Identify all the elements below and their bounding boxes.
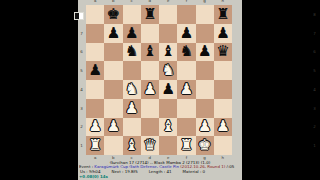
- file-label-h: h: [214, 0, 232, 3]
- square-g3[interactable]: [196, 99, 214, 118]
- rank-label-7: 7: [78, 24, 85, 43]
- rank-label-2: 2: [311, 118, 318, 137]
- square-a5[interactable]: ♟: [86, 61, 104, 80]
- status-field-material: Material : 0: [182, 169, 205, 174]
- square-c1[interactable]: ♝: [123, 136, 141, 155]
- rank-label-5: 5: [78, 61, 85, 80]
- file-label-e: e: [159, 0, 177, 3]
- piece-black-pawn[interactable]: ♟: [180, 25, 193, 40]
- rank-label-2: 2: [78, 118, 85, 137]
- rank-labels-left: 87654321: [78, 5, 85, 155]
- square-c2[interactable]: [123, 118, 141, 137]
- square-e5[interactable]: ♞: [159, 61, 177, 80]
- square-h8[interactable]: ♜: [214, 5, 232, 24]
- piece-black-pawn[interactable]: ♟: [198, 44, 211, 59]
- piece-white-rook[interactable]: ♜: [180, 138, 193, 153]
- square-a3[interactable]: [86, 99, 104, 118]
- chess-gui-frame: abcdefgh abcdefgh 87654321 87654321 ♚♜♜♟…: [78, 0, 242, 180]
- square-e1[interactable]: [159, 136, 177, 155]
- square-b3[interactable]: [104, 99, 122, 118]
- square-h5[interactable]: [214, 61, 232, 80]
- letterbox-right: [242, 0, 320, 180]
- square-a2[interactable]: ♟: [86, 118, 104, 137]
- letterbox-left: [0, 0, 78, 180]
- piece-black-knight[interactable]: ♞: [180, 44, 193, 59]
- square-d5[interactable]: [141, 61, 159, 80]
- square-e8[interactable]: [159, 5, 177, 24]
- file-label-d: d: [141, 0, 159, 3]
- square-b7[interactable]: ♟: [104, 24, 122, 43]
- square-d1[interactable]: ♛: [141, 136, 159, 155]
- file-label-g: g: [196, 0, 214, 3]
- square-c8[interactable]: [123, 5, 141, 24]
- piece-white-pawn[interactable]: ♟: [125, 100, 138, 115]
- rank-label-1: 1: [311, 136, 318, 155]
- piece-black-knight[interactable]: ♞: [125, 44, 138, 59]
- piece-black-bishop[interactable]: ♝: [161, 44, 174, 59]
- piece-black-pawn[interactable]: ♟: [161, 81, 174, 96]
- chess-board[interactable]: ♚♜♜♟♟♟♟♞♝♝♞♟♛♟♞♞♟♟♟♟♟♟♝♟♟♜♝♛♜♚: [86, 5, 232, 155]
- square-f4[interactable]: ♟: [177, 80, 195, 99]
- square-a8[interactable]: [86, 5, 104, 24]
- square-f5[interactable]: [177, 61, 195, 80]
- square-h7[interactable]: ♟: [214, 24, 232, 43]
- square-d8[interactable]: ♜: [141, 5, 159, 24]
- piece-black-bishop[interactable]: ♝: [143, 44, 156, 59]
- piece-white-knight[interactable]: ♞: [125, 81, 138, 96]
- square-d6[interactable]: ♝: [141, 43, 159, 62]
- piece-black-queen[interactable]: ♛: [216, 44, 229, 59]
- piece-black-pawn[interactable]: ♟: [107, 25, 120, 40]
- piece-white-pawn[interactable]: ♟: [107, 119, 120, 134]
- square-b1[interactable]: [104, 136, 122, 155]
- square-b4[interactable]: [104, 80, 122, 99]
- file-label-a: a: [86, 0, 104, 3]
- square-f3[interactable]: [177, 99, 195, 118]
- piece-black-pawn[interactable]: ♟: [216, 25, 229, 40]
- square-d3[interactable]: [141, 99, 159, 118]
- square-e4[interactable]: ♟: [159, 80, 177, 99]
- event-tail: /:05: [225, 165, 234, 170]
- rank-label-4: 4: [78, 80, 85, 99]
- rank-label-3: 3: [311, 99, 318, 118]
- square-e3[interactable]: [159, 99, 177, 118]
- square-f2[interactable]: [177, 118, 195, 137]
- rank-label-3: 3: [78, 99, 85, 118]
- file-label-b: b: [104, 0, 122, 3]
- status-field-length: Length : 41: [149, 169, 172, 174]
- piece-black-rook[interactable]: ♜: [143, 6, 156, 21]
- square-f1[interactable]: ♜: [177, 136, 195, 155]
- piece-black-pawn[interactable]: ♟: [125, 25, 138, 40]
- square-c3[interactable]: ♟: [123, 99, 141, 118]
- piece-white-pawn[interactable]: ♟: [88, 119, 101, 134]
- square-g8[interactable]: [196, 5, 214, 24]
- square-e2[interactable]: ♝: [159, 118, 177, 137]
- square-g6[interactable]: ♟: [196, 43, 214, 62]
- square-c5[interactable]: [123, 61, 141, 80]
- rank-label-7: 7: [311, 24, 318, 43]
- piece-white-pawn[interactable]: ♟: [180, 81, 193, 96]
- square-f8[interactable]: [177, 5, 195, 24]
- square-a4[interactable]: [86, 80, 104, 99]
- square-e6[interactable]: ♝: [159, 43, 177, 62]
- square-e7[interactable]: [159, 24, 177, 43]
- piece-black-pawn[interactable]: ♟: [88, 63, 101, 78]
- rank-label-8: 8: [311, 5, 318, 24]
- rank-label-5: 5: [311, 61, 318, 80]
- rank-label-6: 6: [311, 43, 318, 62]
- piece-white-knight[interactable]: ♞: [161, 63, 174, 78]
- square-h3[interactable]: [214, 99, 232, 118]
- square-b8[interactable]: ♚: [104, 5, 122, 24]
- square-h1[interactable]: [214, 136, 232, 155]
- square-d2[interactable]: [141, 118, 159, 137]
- piece-white-pawn[interactable]: ♟: [198, 119, 211, 134]
- square-c7[interactable]: ♟: [123, 24, 141, 43]
- square-b5[interactable]: [104, 61, 122, 80]
- square-c4[interactable]: ♞: [123, 80, 141, 99]
- square-d7[interactable]: [141, 24, 159, 43]
- square-h6[interactable]: ♛: [214, 43, 232, 62]
- square-h4[interactable]: [214, 80, 232, 99]
- square-d4[interactable]: ♟: [141, 80, 159, 99]
- square-b2[interactable]: ♟: [104, 118, 122, 137]
- square-f6[interactable]: ♞: [177, 43, 195, 62]
- window-icon: [74, 12, 84, 20]
- square-a6[interactable]: [86, 43, 104, 62]
- file-label-c: c: [123, 0, 141, 3]
- square-h2[interactable]: ♟: [214, 118, 232, 137]
- piece-white-rook[interactable]: ♜: [88, 138, 101, 153]
- file-labels-top: abcdefgh: [86, 0, 232, 3]
- square-c6[interactable]: ♞: [123, 43, 141, 62]
- piece-white-queen[interactable]: ♛: [143, 138, 156, 153]
- piece-white-pawn[interactable]: ♟: [216, 119, 229, 134]
- piece-white-bishop[interactable]: ♝: [161, 119, 174, 134]
- rank-label-6: 6: [78, 43, 85, 62]
- square-g7[interactable]: [196, 24, 214, 43]
- square-a7[interactable]: [86, 24, 104, 43]
- square-f7[interactable]: ♟: [177, 24, 195, 43]
- square-g2[interactable]: ♟: [196, 118, 214, 137]
- engine-eval-line: +0.08(0) 14s: [78, 174, 242, 179]
- square-g1[interactable]: ♚: [196, 136, 214, 155]
- rank-label-4: 4: [311, 80, 318, 99]
- piece-white-king[interactable]: ♚: [198, 138, 211, 153]
- file-label-f: f: [177, 0, 195, 3]
- square-a1[interactable]: ♜: [86, 136, 104, 155]
- square-g4[interactable]: [196, 80, 214, 99]
- square-b6[interactable]: [104, 43, 122, 62]
- piece-black-king[interactable]: ♚: [107, 6, 120, 21]
- square-g5[interactable]: [196, 61, 214, 80]
- game-info-panel: Gurcihan 17 (2714) -- Black Mamba 2 (271…: [78, 160, 242, 179]
- piece-white-pawn[interactable]: ♟: [143, 81, 156, 96]
- rank-labels-right: 87654321: [311, 5, 318, 155]
- piece-black-rook[interactable]: ♜: [216, 6, 229, 21]
- piece-white-bishop[interactable]: ♝: [125, 138, 138, 153]
- rank-label-1: 1: [78, 136, 85, 155]
- status-field-next: Next : 19.Bf5: [111, 169, 137, 174]
